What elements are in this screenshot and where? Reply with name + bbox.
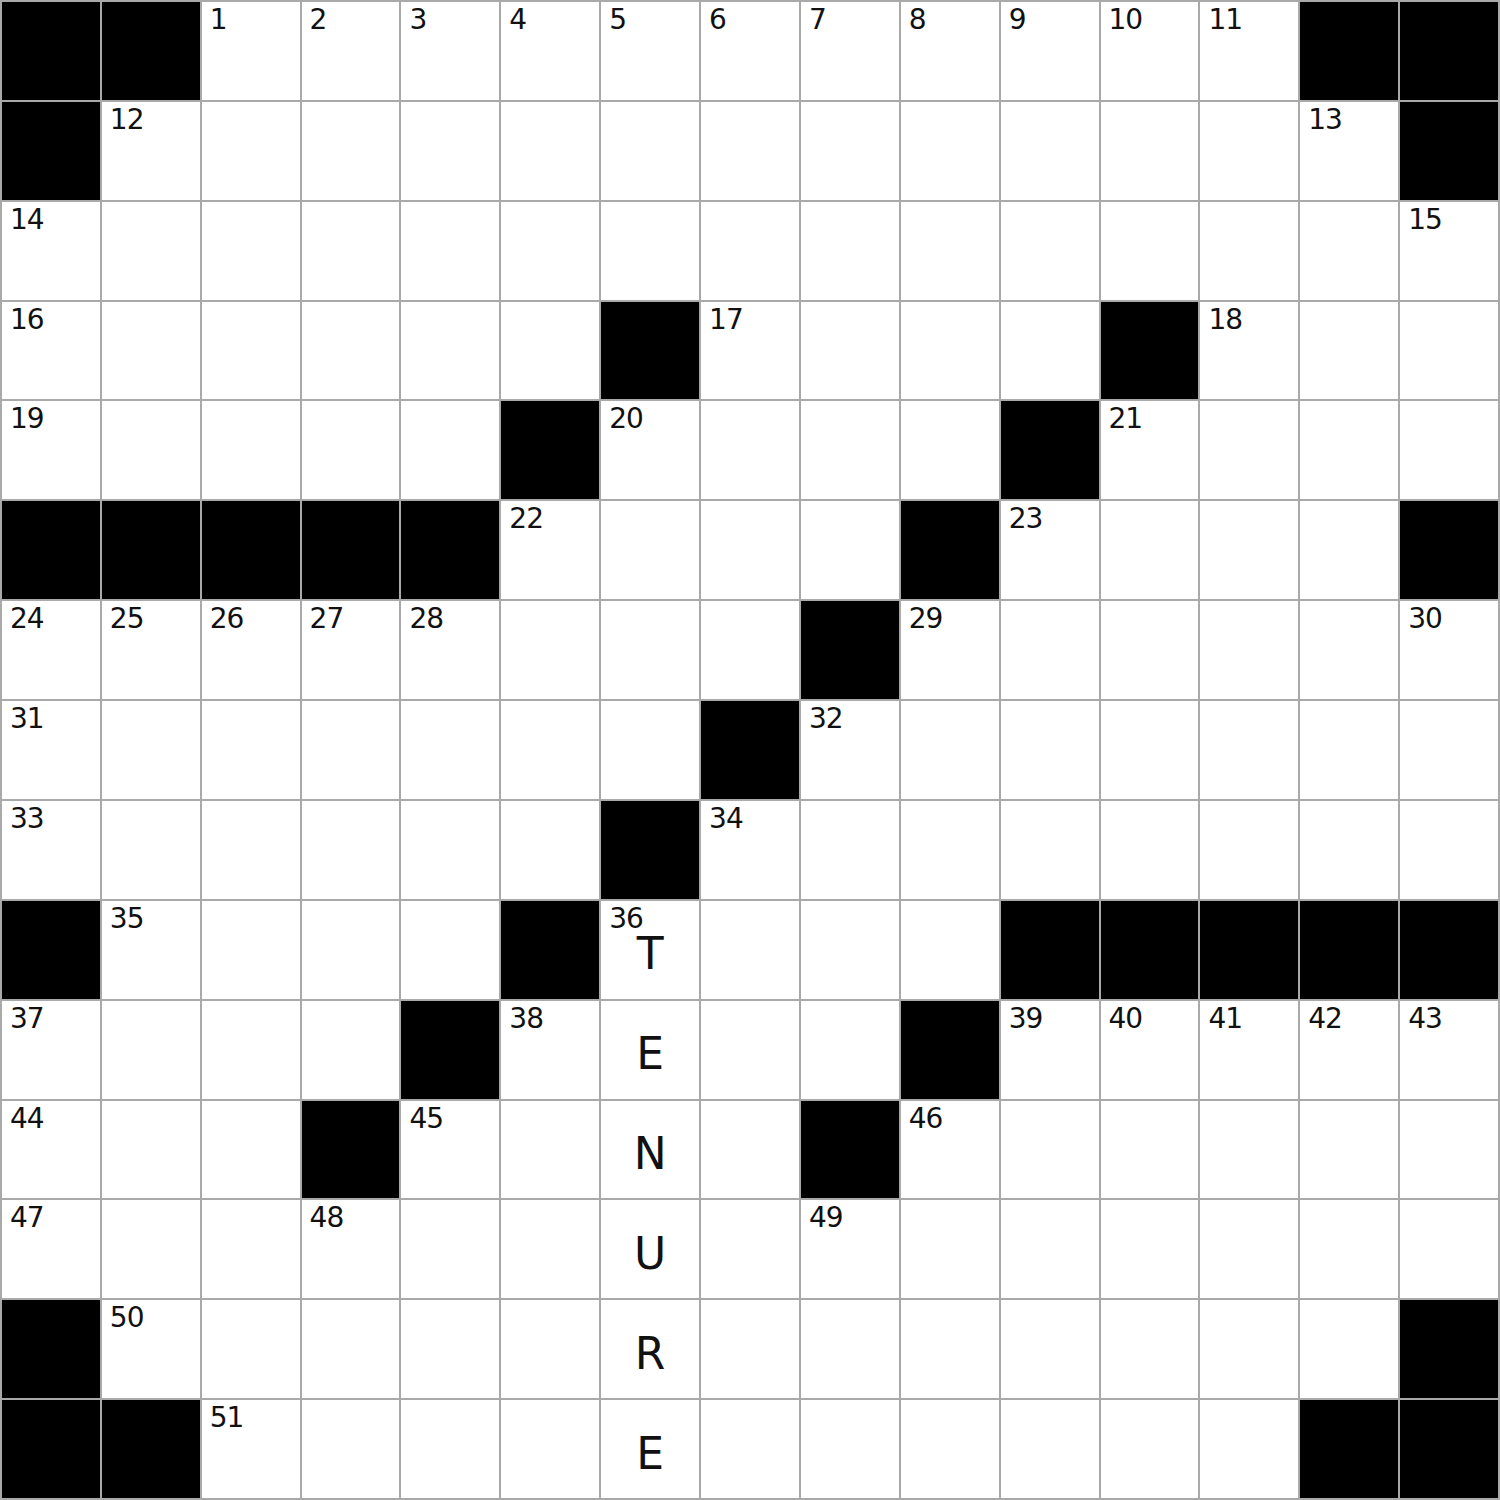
cell-r9c6[interactable]: 36T	[601, 901, 699, 999]
cell-r2c5[interactable]	[501, 202, 599, 300]
clue-number-46: 46	[909, 1104, 943, 1135]
cell-r1c5[interactable]	[501, 102, 599, 200]
clue-number-32: 32	[809, 704, 843, 735]
cell-r10c14[interactable]: 43	[1400, 1001, 1498, 1099]
cell-r11c10[interactable]	[1001, 1101, 1099, 1199]
cell-r10c11[interactable]: 40	[1101, 1001, 1199, 1099]
cell-r6c10[interactable]	[1001, 601, 1099, 699]
black-cell-r8c6	[601, 801, 699, 899]
cell-r14c12[interactable]	[1200, 1400, 1298, 1498]
clue-number-3: 3	[409, 5, 426, 36]
fill-letter-r9c6: T	[601, 901, 699, 999]
clue-number-13: 13	[1308, 105, 1342, 136]
cell-r12c4[interactable]	[401, 1200, 499, 1298]
cell-r6c9[interactable]: 29	[901, 601, 999, 699]
cell-r7c2[interactable]	[202, 701, 300, 799]
clue-number-12: 12	[110, 105, 144, 136]
cell-r7c11[interactable]	[1101, 701, 1199, 799]
cell-r2c12[interactable]	[1200, 202, 1298, 300]
clue-number-47: 47	[10, 1203, 44, 1234]
cell-r3c4[interactable]	[401, 302, 499, 400]
cell-r3c8[interactable]	[801, 302, 899, 400]
cell-r12c14[interactable]	[1400, 1200, 1498, 1298]
cell-r12c8[interactable]: 49	[801, 1200, 899, 1298]
clue-number-33: 33	[10, 804, 44, 835]
clue-number-34: 34	[709, 804, 743, 835]
black-cell-r13c0	[2, 1300, 100, 1398]
black-cell-r6c8	[801, 601, 899, 699]
cell-r6c3[interactable]: 27	[302, 601, 400, 699]
cell-r2c13[interactable]	[1300, 202, 1398, 300]
cell-r6c0[interactable]: 24	[2, 601, 100, 699]
clue-number-15: 15	[1408, 205, 1442, 236]
clue-number-42: 42	[1308, 1004, 1342, 1035]
cell-r10c0[interactable]: 37	[2, 1001, 100, 1099]
cell-r10c7[interactable]	[701, 1001, 799, 1099]
cell-r5c7[interactable]	[701, 501, 799, 599]
cell-r10c6[interactable]: E	[601, 1001, 699, 1099]
cell-r4c9[interactable]	[901, 401, 999, 499]
cell-r12c3[interactable]: 48	[302, 1200, 400, 1298]
cell-r7c5[interactable]	[501, 701, 599, 799]
cell-r0c10[interactable]: 9	[1001, 2, 1099, 100]
cell-r9c7[interactable]	[701, 901, 799, 999]
black-cell-r13c14	[1400, 1300, 1498, 1398]
cell-r7c12[interactable]	[1200, 701, 1298, 799]
black-cell-r9c14	[1400, 901, 1498, 999]
cell-r7c10[interactable]	[1001, 701, 1099, 799]
clue-number-6: 6	[709, 5, 726, 36]
cell-r13c7[interactable]	[701, 1300, 799, 1398]
cell-r7c13[interactable]	[1300, 701, 1398, 799]
cell-r6c7[interactable]	[701, 601, 799, 699]
cell-r4c14[interactable]	[1400, 401, 1498, 499]
cell-r11c4[interactable]: 45	[401, 1101, 499, 1199]
black-cell-r9c12	[1200, 901, 1298, 999]
clue-number-38: 38	[509, 1004, 543, 1035]
crossword-grid: 1234567891011121314151617181920212223242…	[0, 0, 1500, 1500]
cell-r8c4[interactable]	[401, 801, 499, 899]
cell-r11c0[interactable]: 44	[2, 1101, 100, 1199]
clue-number-9: 9	[1009, 5, 1026, 36]
clue-number-7: 7	[809, 5, 826, 36]
cell-r4c2[interactable]	[202, 401, 300, 499]
clue-number-41: 41	[1208, 1004, 1242, 1035]
cell-r8c10[interactable]	[1001, 801, 1099, 899]
clue-number-40: 40	[1109, 1004, 1143, 1035]
cell-r1c6[interactable]	[601, 102, 699, 200]
black-cell-r1c0	[2, 102, 100, 200]
cell-r7c8[interactable]: 32	[801, 701, 899, 799]
clue-number-20: 20	[609, 404, 643, 435]
clue-number-11: 11	[1208, 5, 1242, 36]
cell-r8c13[interactable]	[1300, 801, 1398, 899]
cell-r8c7[interactable]: 34	[701, 801, 799, 899]
cell-r6c1[interactable]: 25	[102, 601, 200, 699]
cell-r6c11[interactable]	[1101, 601, 1199, 699]
cell-r8c0[interactable]: 33	[2, 801, 100, 899]
cell-r4c13[interactable]	[1300, 401, 1398, 499]
black-cell-r0c13	[1300, 2, 1398, 100]
cell-r10c12[interactable]: 41	[1200, 1001, 1298, 1099]
black-cell-r9c13	[1300, 901, 1398, 999]
black-cell-r14c14	[1400, 1400, 1498, 1498]
cell-r8c11[interactable]	[1101, 801, 1199, 899]
cell-r5c8[interactable]	[801, 501, 899, 599]
clue-number-18: 18	[1208, 305, 1242, 336]
cell-r13c10[interactable]	[1001, 1300, 1099, 1398]
black-cell-r14c0	[2, 1400, 100, 1498]
cell-r4c4[interactable]	[401, 401, 499, 499]
cell-r13c8[interactable]	[801, 1300, 899, 1398]
cell-r4c12[interactable]	[1200, 401, 1298, 499]
clue-number-51: 51	[210, 1403, 244, 1434]
black-cell-r5c2	[202, 501, 300, 599]
cell-r14c8[interactable]	[801, 1400, 899, 1498]
cell-r10c13[interactable]: 42	[1300, 1001, 1398, 1099]
cell-r4c6[interactable]: 20	[601, 401, 699, 499]
cell-r13c13[interactable]	[1300, 1300, 1398, 1398]
cell-r7c9[interactable]	[901, 701, 999, 799]
cell-r2c3[interactable]	[302, 202, 400, 300]
cell-r13c4[interactable]	[401, 1300, 499, 1398]
cell-r11c1[interactable]	[102, 1101, 200, 1199]
black-cell-r5c3	[302, 501, 400, 599]
black-cell-r0c0	[2, 2, 100, 100]
cell-r5c13[interactable]	[1300, 501, 1398, 599]
black-cell-r7c7	[701, 701, 799, 799]
clue-number-39: 39	[1009, 1004, 1043, 1035]
cell-r7c6[interactable]	[601, 701, 699, 799]
cell-r2c9[interactable]	[901, 202, 999, 300]
clue-number-35: 35	[110, 904, 144, 935]
cell-r1c3[interactable]	[302, 102, 400, 200]
clue-number-25: 25	[110, 604, 144, 635]
cell-r2c0[interactable]: 14	[2, 202, 100, 300]
cell-r7c3[interactable]	[302, 701, 400, 799]
clue-number-43: 43	[1408, 1004, 1442, 1035]
cell-r3c2[interactable]	[202, 302, 300, 400]
cell-r7c14[interactable]	[1400, 701, 1498, 799]
clue-number-1: 1	[210, 5, 227, 36]
cell-r2c6[interactable]	[601, 202, 699, 300]
cell-r8c1[interactable]	[102, 801, 200, 899]
cell-r4c11[interactable]: 21	[1101, 401, 1199, 499]
fill-letter-r11c6: N	[601, 1101, 699, 1199]
clue-number-27: 27	[310, 604, 344, 635]
cell-r9c8[interactable]	[801, 901, 899, 999]
cell-r1c12[interactable]	[1200, 102, 1298, 200]
clue-number-2: 2	[310, 5, 327, 36]
cell-r1c7[interactable]	[701, 102, 799, 200]
cell-r8c5[interactable]	[501, 801, 599, 899]
cell-r0c6[interactable]: 5	[601, 2, 699, 100]
cell-r3c1[interactable]	[102, 302, 200, 400]
cell-r1c10[interactable]	[1001, 102, 1099, 200]
cell-r6c14[interactable]: 30	[1400, 601, 1498, 699]
black-cell-r10c9	[901, 1001, 999, 1099]
cell-r6c12[interactable]	[1200, 601, 1298, 699]
clue-number-24: 24	[10, 604, 44, 635]
cell-r0c8[interactable]: 7	[801, 2, 899, 100]
cell-r12c11[interactable]	[1101, 1200, 1199, 1298]
black-cell-r5c9	[901, 501, 999, 599]
cell-r2c2[interactable]	[202, 202, 300, 300]
clue-number-17: 17	[709, 305, 743, 336]
cell-r6c5[interactable]	[501, 601, 599, 699]
clue-number-4: 4	[509, 5, 526, 36]
cell-r14c4[interactable]	[401, 1400, 499, 1498]
cell-r13c2[interactable]	[202, 1300, 300, 1398]
cell-r1c11[interactable]	[1101, 102, 1199, 200]
cell-r7c0[interactable]: 31	[2, 701, 100, 799]
clue-number-31: 31	[10, 704, 44, 735]
cell-r1c2[interactable]	[202, 102, 300, 200]
cell-r10c10[interactable]: 39	[1001, 1001, 1099, 1099]
cell-r13c1[interactable]: 50	[102, 1300, 200, 1398]
cell-r5c10[interactable]: 23	[1001, 501, 1099, 599]
cell-r1c9[interactable]	[901, 102, 999, 200]
cell-r14c7[interactable]	[701, 1400, 799, 1498]
clue-number-23: 23	[1009, 504, 1043, 535]
clue-number-29: 29	[909, 604, 943, 635]
cell-r11c9[interactable]: 46	[901, 1101, 999, 1199]
cell-r14c9[interactable]	[901, 1400, 999, 1498]
cell-r10c5[interactable]: 38	[501, 1001, 599, 1099]
clue-number-45: 45	[409, 1104, 443, 1135]
black-cell-r3c11	[1101, 302, 1199, 400]
cell-r10c1[interactable]	[102, 1001, 200, 1099]
black-cell-r9c5	[501, 901, 599, 999]
fill-letter-r14c6: E	[601, 1400, 699, 1498]
black-cell-r4c10	[1001, 401, 1099, 499]
cell-r0c5[interactable]: 4	[501, 2, 599, 100]
black-cell-r3c6	[601, 302, 699, 400]
cell-r2c14[interactable]: 15	[1400, 202, 1498, 300]
cell-r12c5[interactable]	[501, 1200, 599, 1298]
cell-r0c9[interactable]: 8	[901, 2, 999, 100]
cell-r7c1[interactable]	[102, 701, 200, 799]
black-cell-r0c14	[1400, 2, 1498, 100]
cell-r6c6[interactable]	[601, 601, 699, 699]
cell-r10c3[interactable]	[302, 1001, 400, 1099]
clue-number-49: 49	[809, 1203, 843, 1234]
cell-r12c6[interactable]: U	[601, 1200, 699, 1298]
cell-r11c6[interactable]: N	[601, 1101, 699, 1199]
cell-r11c13[interactable]	[1300, 1101, 1398, 1199]
cell-r12c13[interactable]	[1300, 1200, 1398, 1298]
clue-number-44: 44	[10, 1104, 44, 1135]
cell-r5c6[interactable]	[601, 501, 699, 599]
clue-number-48: 48	[310, 1203, 344, 1234]
black-cell-r11c8	[801, 1101, 899, 1199]
clue-number-22: 22	[509, 504, 543, 535]
cell-r3c0[interactable]: 16	[2, 302, 100, 400]
cell-r8c2[interactable]	[202, 801, 300, 899]
cell-r0c2[interactable]: 1	[202, 2, 300, 100]
cell-r11c12[interactable]	[1200, 1101, 1298, 1199]
clue-number-19: 19	[10, 404, 44, 435]
cell-r11c5[interactable]	[501, 1101, 599, 1199]
cell-r8c12[interactable]	[1200, 801, 1298, 899]
cell-r3c13[interactable]	[1300, 302, 1398, 400]
clue-number-16: 16	[10, 305, 44, 336]
fill-letter-r12c6: U	[601, 1200, 699, 1298]
cell-r5c12[interactable]	[1200, 501, 1298, 599]
black-cell-r9c11	[1101, 901, 1199, 999]
black-cell-r9c0	[2, 901, 100, 999]
cell-r5c11[interactable]	[1101, 501, 1199, 599]
clue-number-8: 8	[909, 5, 926, 36]
cell-r2c11[interactable]	[1101, 202, 1199, 300]
cell-r13c5[interactable]	[501, 1300, 599, 1398]
cell-r3c7[interactable]: 17	[701, 302, 799, 400]
cell-r4c3[interactable]	[302, 401, 400, 499]
cell-r0c7[interactable]: 6	[701, 2, 799, 100]
cell-r12c10[interactable]	[1001, 1200, 1099, 1298]
cell-r12c0[interactable]: 47	[2, 1200, 100, 1298]
cell-r11c2[interactable]	[202, 1101, 300, 1199]
cell-r2c7[interactable]	[701, 202, 799, 300]
cell-r12c7[interactable]	[701, 1200, 799, 1298]
cell-r8c14[interactable]	[1400, 801, 1498, 899]
cell-r3c9[interactable]	[901, 302, 999, 400]
cell-r3c14[interactable]	[1400, 302, 1498, 400]
cell-r8c8[interactable]	[801, 801, 899, 899]
black-cell-r5c4	[401, 501, 499, 599]
black-cell-r5c0	[2, 501, 100, 599]
cell-r11c11[interactable]	[1101, 1101, 1199, 1199]
clue-number-21: 21	[1109, 404, 1143, 435]
cell-r2c4[interactable]	[401, 202, 499, 300]
cell-r2c1[interactable]	[102, 202, 200, 300]
clue-number-28: 28	[409, 604, 443, 635]
cell-r1c13[interactable]: 13	[1300, 102, 1398, 200]
cell-r13c12[interactable]	[1200, 1300, 1298, 1398]
cell-r12c1[interactable]	[102, 1200, 200, 1298]
cell-r9c4[interactable]	[401, 901, 499, 999]
black-cell-r14c13	[1300, 1400, 1398, 1498]
cell-r4c8[interactable]	[801, 401, 899, 499]
black-cell-r11c3	[302, 1101, 400, 1199]
cell-r1c8[interactable]	[801, 102, 899, 200]
cell-r10c8[interactable]	[801, 1001, 899, 1099]
clue-number-26: 26	[210, 604, 244, 635]
black-cell-r0c1	[102, 2, 200, 100]
black-cell-r5c1	[102, 501, 200, 599]
cell-r14c5[interactable]	[501, 1400, 599, 1498]
black-cell-r4c5	[501, 401, 599, 499]
cell-r0c4[interactable]: 3	[401, 2, 499, 100]
cell-r12c9[interactable]	[901, 1200, 999, 1298]
cell-r6c4[interactable]: 28	[401, 601, 499, 699]
cell-r3c12[interactable]: 18	[1200, 302, 1298, 400]
cell-r4c7[interactable]	[701, 401, 799, 499]
black-cell-r9c10	[1001, 901, 1099, 999]
cell-r9c9[interactable]	[901, 901, 999, 999]
cell-r13c3[interactable]	[302, 1300, 400, 1398]
cell-r0c12[interactable]: 11	[1200, 2, 1298, 100]
cell-r5c5[interactable]: 22	[501, 501, 599, 599]
cell-r13c11[interactable]	[1101, 1300, 1199, 1398]
black-cell-r1c14	[1400, 102, 1498, 200]
black-cell-r10c4	[401, 1001, 499, 1099]
cell-r3c5[interactable]	[501, 302, 599, 400]
cell-r9c3[interactable]	[302, 901, 400, 999]
black-cell-r14c1	[102, 1400, 200, 1498]
cell-r9c1[interactable]: 35	[102, 901, 200, 999]
cell-r8c3[interactable]	[302, 801, 400, 899]
cell-r11c7[interactable]	[701, 1101, 799, 1199]
fill-letter-r13c6: R	[601, 1300, 699, 1398]
cell-r14c11[interactable]	[1101, 1400, 1199, 1498]
cell-r4c1[interactable]	[102, 401, 200, 499]
cell-r1c4[interactable]	[401, 102, 499, 200]
cell-r6c13[interactable]	[1300, 601, 1398, 699]
fill-letter-r10c6: E	[601, 1001, 699, 1099]
cell-r13c9[interactable]	[901, 1300, 999, 1398]
cell-r2c8[interactable]	[801, 202, 899, 300]
clue-number-14: 14	[10, 205, 44, 236]
cell-r14c2[interactable]: 51	[202, 1400, 300, 1498]
cell-r3c10[interactable]	[1001, 302, 1099, 400]
clue-number-37: 37	[10, 1004, 44, 1035]
cell-r1c1[interactable]: 12	[102, 102, 200, 200]
cell-r6c2[interactable]: 26	[202, 601, 300, 699]
cell-r8c9[interactable]	[901, 801, 999, 899]
cell-r3c3[interactable]	[302, 302, 400, 400]
cell-r11c14[interactable]	[1400, 1101, 1498, 1199]
cell-r14c6[interactable]: E	[601, 1400, 699, 1498]
clue-number-5: 5	[609, 5, 626, 36]
cell-r14c3[interactable]	[302, 1400, 400, 1498]
cell-r0c3[interactable]: 2	[302, 2, 400, 100]
cell-r10c2[interactable]	[202, 1001, 300, 1099]
cell-r13c6[interactable]: R	[601, 1300, 699, 1398]
cell-r12c12[interactable]	[1200, 1200, 1298, 1298]
cell-r7c4[interactable]	[401, 701, 499, 799]
clue-number-50: 50	[110, 1303, 144, 1334]
cell-r12c2[interactable]	[202, 1200, 300, 1298]
black-cell-r5c14	[1400, 501, 1498, 599]
cell-r2c10[interactable]	[1001, 202, 1099, 300]
cell-r4c0[interactable]: 19	[2, 401, 100, 499]
clue-number-10: 10	[1109, 5, 1143, 36]
cell-r0c11[interactable]: 10	[1101, 2, 1199, 100]
clue-number-30: 30	[1408, 604, 1442, 635]
cell-r14c10[interactable]	[1001, 1400, 1099, 1498]
cell-r9c2[interactable]	[202, 901, 300, 999]
